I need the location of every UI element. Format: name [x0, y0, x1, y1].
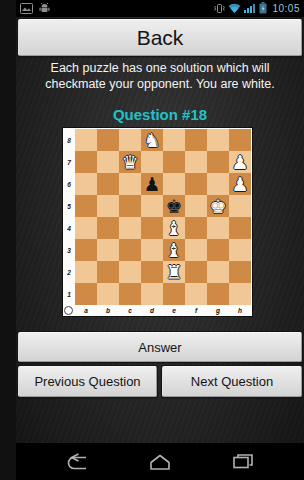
file-label-c: c — [119, 305, 141, 316]
square-c7[interactable]: ♛ — [119, 151, 141, 173]
square-e4[interactable]: ♝ — [163, 217, 185, 239]
square-c3[interactable] — [119, 239, 141, 261]
vibrate-icon — [214, 0, 225, 18]
recents-nav-icon[interactable] — [228, 452, 258, 472]
white-to-move-indicator — [64, 306, 73, 315]
rank-label-6: 6 — [63, 173, 75, 195]
square-f7[interactable] — [185, 151, 207, 173]
white-knight: ♞ — [143, 131, 160, 150]
square-f1[interactable] — [185, 283, 207, 305]
square-g5[interactable]: ♚ — [207, 195, 229, 217]
square-d2[interactable] — [141, 261, 163, 283]
square-c5[interactable] — [119, 195, 141, 217]
signal-icon — [244, 0, 256, 18]
square-b3[interactable] — [97, 239, 119, 261]
android-debug-icon — [38, 0, 51, 18]
white-bishop: ♝ — [165, 219, 182, 238]
square-h1[interactable] — [229, 283, 251, 305]
wifi-icon — [228, 0, 241, 18]
square-b2[interactable] — [97, 261, 119, 283]
square-d5[interactable] — [141, 195, 163, 217]
square-b7[interactable] — [97, 151, 119, 173]
square-a4[interactable] — [75, 217, 97, 239]
square-g4[interactable] — [207, 217, 229, 239]
square-c8[interactable] — [119, 129, 141, 151]
square-f5[interactable] — [185, 195, 207, 217]
square-h3[interactable] — [229, 239, 251, 261]
square-c4[interactable] — [119, 217, 141, 239]
square-h6[interactable]: ♟ — [229, 173, 251, 195]
back-nav-icon[interactable] — [62, 452, 92, 472]
rank-label-2: 2 — [63, 261, 75, 283]
white-pawn: ♟ — [231, 153, 248, 172]
status-bar: 10:05 — [16, 0, 304, 17]
square-h5[interactable] — [229, 195, 251, 217]
rank-label-1: 1 — [63, 283, 75, 305]
square-a3[interactable] — [75, 239, 97, 261]
next-question-button[interactable]: Next Question — [162, 366, 302, 397]
square-e6[interactable] — [163, 173, 185, 195]
square-h8[interactable] — [229, 129, 251, 151]
home-nav-icon[interactable] — [145, 452, 175, 472]
square-f6[interactable] — [185, 173, 207, 195]
rank-label-7: 7 — [63, 151, 75, 173]
square-g6[interactable] — [207, 173, 229, 195]
rank-labels: 87654321 — [63, 129, 75, 305]
white-king: ♚ — [209, 197, 226, 216]
previous-question-button[interactable]: Previous Question — [18, 366, 157, 397]
white-pawn: ♟ — [231, 175, 248, 194]
square-d3[interactable] — [141, 239, 163, 261]
square-a1[interactable] — [75, 283, 97, 305]
square-d6[interactable]: ♟ — [141, 173, 163, 195]
app-screen: 10:05 Back Each puzzle has one solution … — [16, 0, 304, 480]
back-button-label: Back — [137, 26, 184, 50]
system-nav-bar — [16, 443, 304, 480]
screenshot-icon — [20, 0, 33, 18]
square-e7[interactable] — [163, 151, 185, 173]
square-f8[interactable] — [185, 129, 207, 151]
square-f4[interactable] — [185, 217, 207, 239]
square-g7[interactable] — [207, 151, 229, 173]
question-title: Question #18 — [16, 106, 304, 123]
square-a2[interactable] — [75, 261, 97, 283]
square-b6[interactable] — [97, 173, 119, 195]
file-label-d: d — [141, 305, 163, 316]
square-b8[interactable] — [97, 129, 119, 151]
square-e5[interactable]: ♚ — [163, 195, 185, 217]
file-label-b: b — [97, 305, 119, 316]
square-e2[interactable]: ♜ — [163, 261, 185, 283]
square-f2[interactable] — [185, 261, 207, 283]
square-a8[interactable] — [75, 129, 97, 151]
black-king: ♚ — [165, 197, 182, 216]
square-h2[interactable] — [229, 261, 251, 283]
status-clock: 10:05 — [270, 3, 300, 14]
white-bishop: ♝ — [165, 241, 182, 260]
square-b1[interactable] — [97, 283, 119, 305]
board-corner — [63, 305, 75, 316]
square-f3[interactable] — [185, 239, 207, 261]
square-h7[interactable]: ♟ — [229, 151, 251, 173]
square-g2[interactable] — [207, 261, 229, 283]
square-c6[interactable] — [119, 173, 141, 195]
square-a5[interactable] — [75, 195, 97, 217]
answer-button-label: Answer — [138, 340, 181, 355]
square-e3[interactable]: ♝ — [163, 239, 185, 261]
file-label-f: f — [185, 305, 207, 316]
square-b5[interactable] — [97, 195, 119, 217]
rank-label-5: 5 — [63, 195, 75, 217]
square-g3[interactable] — [207, 239, 229, 261]
back-button[interactable]: Back — [18, 19, 302, 56]
file-labels: abcdefgh — [75, 305, 251, 316]
rank-label-3: 3 — [63, 239, 75, 261]
instruction-text: Each puzzle has one solution which will … — [32, 61, 288, 92]
file-label-h: h — [229, 305, 251, 316]
square-h4[interactable] — [229, 217, 251, 239]
white-rook: ♜ — [165, 263, 182, 282]
file-label-e: e — [163, 305, 185, 316]
square-a7[interactable] — [75, 151, 97, 173]
file-label-a: a — [75, 305, 97, 316]
white-queen: ♛ — [121, 153, 138, 172]
square-g8[interactable] — [207, 129, 229, 151]
square-c2[interactable] — [119, 261, 141, 283]
square-a6[interactable] — [75, 173, 97, 195]
answer-button[interactable]: Answer — [18, 332, 302, 362]
square-g1[interactable] — [207, 283, 229, 305]
square-d4[interactable] — [141, 217, 163, 239]
battery-icon — [259, 0, 267, 18]
board-squares: ♞♛♟♟♟♚♚♝♝♜ — [75, 129, 251, 305]
square-d7[interactable] — [141, 151, 163, 173]
rank-label-8: 8 — [63, 129, 75, 151]
black-pawn: ♟ — [143, 175, 160, 194]
square-c1[interactable] — [119, 283, 141, 305]
square-e1[interactable] — [163, 283, 185, 305]
rank-label-4: 4 — [63, 217, 75, 239]
next-question-label: Next Question — [191, 374, 273, 389]
previous-question-label: Previous Question — [34, 374, 140, 389]
chess-board: 87654321 ♞♛♟♟♟♚♚♝♝♜ abcdefgh — [63, 128, 252, 316]
square-e8[interactable] — [163, 129, 185, 151]
square-b4[interactable] — [97, 217, 119, 239]
square-d8[interactable]: ♞ — [141, 129, 163, 151]
file-label-g: g — [207, 305, 229, 316]
square-d1[interactable] — [141, 283, 163, 305]
